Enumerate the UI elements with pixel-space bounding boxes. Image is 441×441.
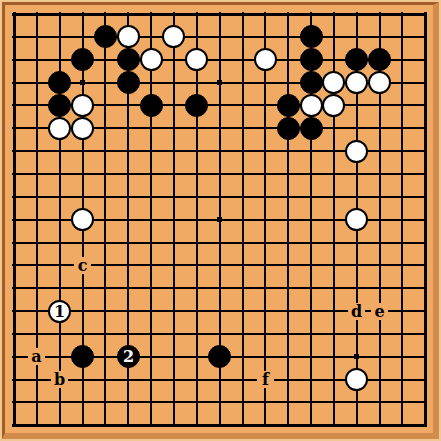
stone-white-F18 bbox=[117, 25, 140, 48]
go-board: abcdef12 bbox=[0, 0, 441, 441]
stone-black-K4 bbox=[208, 345, 231, 368]
stone-black-O17 bbox=[300, 48, 323, 71]
grid-line-v bbox=[401, 12, 403, 427]
stone-white-Q10 bbox=[345, 208, 368, 231]
point-label-d: d bbox=[348, 303, 365, 320]
point-label-a: a bbox=[28, 348, 45, 365]
stone-black-O16 bbox=[300, 71, 323, 94]
stone-black-J15 bbox=[185, 94, 208, 117]
stone-black-F17 bbox=[117, 48, 140, 71]
grid-line-h bbox=[12, 424, 427, 427]
stone-white-H18 bbox=[162, 25, 185, 48]
grid-line-v bbox=[424, 12, 427, 427]
stone-white-C14 bbox=[48, 117, 71, 140]
grid-line-h bbox=[12, 333, 427, 335]
stone-white-Q16 bbox=[345, 71, 368, 94]
stone-black-E18 bbox=[94, 25, 117, 48]
star-point bbox=[80, 80, 85, 85]
go-board-grid: abcdef12 bbox=[0, 0, 441, 441]
stone-black-O18 bbox=[300, 25, 323, 48]
point-label-c: c bbox=[74, 257, 91, 274]
star-point bbox=[217, 80, 222, 85]
stone-black-F4: 2 bbox=[117, 345, 140, 368]
move-number-1: 1 bbox=[54, 303, 65, 319]
stone-black-N15 bbox=[277, 94, 300, 117]
stone-white-R16 bbox=[368, 71, 391, 94]
stone-white-D10 bbox=[71, 208, 94, 231]
stone-white-C6: 1 bbox=[48, 300, 71, 323]
stone-black-C15 bbox=[48, 94, 71, 117]
stone-white-Q13 bbox=[345, 140, 368, 163]
stone-black-Q17 bbox=[345, 48, 368, 71]
move-number-2: 2 bbox=[123, 348, 134, 364]
point-label-f: f bbox=[257, 371, 274, 388]
grid-line-v bbox=[264, 12, 266, 427]
stone-black-R17 bbox=[368, 48, 391, 71]
stone-black-D17 bbox=[71, 48, 94, 71]
star-point bbox=[217, 217, 222, 222]
stone-white-J17 bbox=[185, 48, 208, 71]
stone-white-D15 bbox=[71, 94, 94, 117]
stone-white-P16 bbox=[322, 71, 345, 94]
stone-white-O15 bbox=[300, 94, 323, 117]
stone-black-D4 bbox=[71, 345, 94, 368]
stone-black-N14 bbox=[277, 117, 300, 140]
stone-white-D14 bbox=[71, 117, 94, 140]
stone-black-F16 bbox=[117, 71, 140, 94]
stone-black-O14 bbox=[300, 117, 323, 140]
grid-line-v bbox=[242, 12, 244, 427]
stone-white-M17 bbox=[254, 48, 277, 71]
stone-white-P15 bbox=[322, 94, 345, 117]
stone-white-G17 bbox=[140, 48, 163, 71]
grid-line-v bbox=[287, 12, 289, 427]
stone-black-C16 bbox=[48, 71, 71, 94]
stone-black-G15 bbox=[140, 94, 163, 117]
star-point bbox=[354, 354, 359, 359]
grid-line-h bbox=[12, 401, 427, 403]
grid-line-h bbox=[12, 242, 427, 244]
point-label-e: e bbox=[371, 303, 388, 320]
grid-line-h bbox=[12, 287, 427, 289]
point-label-b: b bbox=[51, 371, 68, 388]
stone-white-Q3 bbox=[345, 368, 368, 391]
